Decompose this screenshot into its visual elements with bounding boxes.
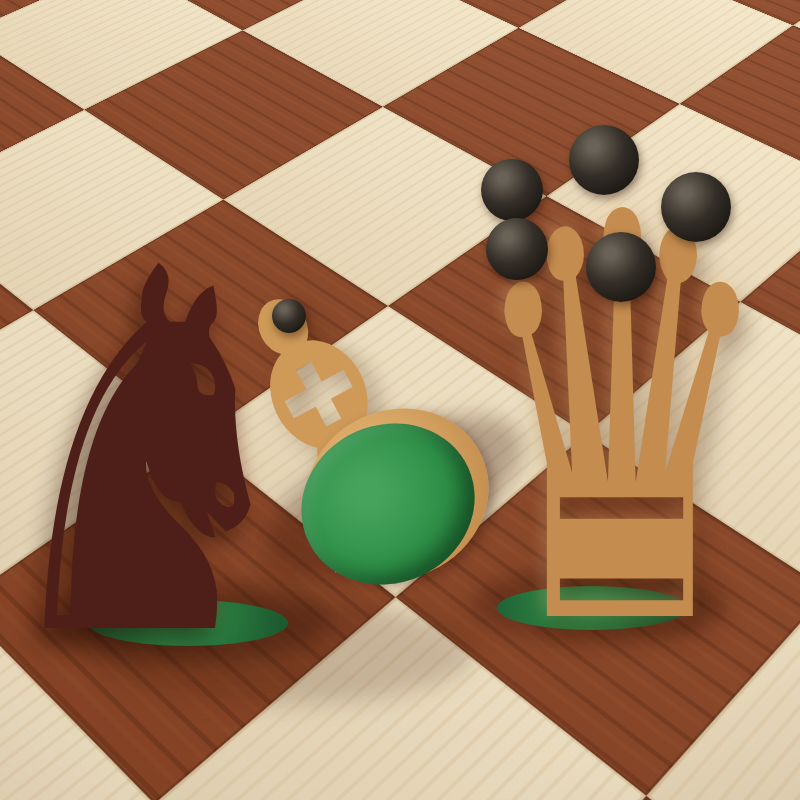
queen-felt-base [497,586,687,630]
queen-crown-ball-back-center [569,125,639,195]
bishop-tip-ball [272,299,306,333]
queen-crown-ball-front-left [486,218,548,280]
chessboard [0,0,800,331]
knight-felt-base [88,600,288,646]
queen-crown-ball-back-right [661,172,731,242]
queen-crown-ball-back-left [481,159,543,221]
chess-photo-scene: ♞ ♛ ♝ [0,0,800,800]
queen-crown-ball-front-center [586,232,656,302]
